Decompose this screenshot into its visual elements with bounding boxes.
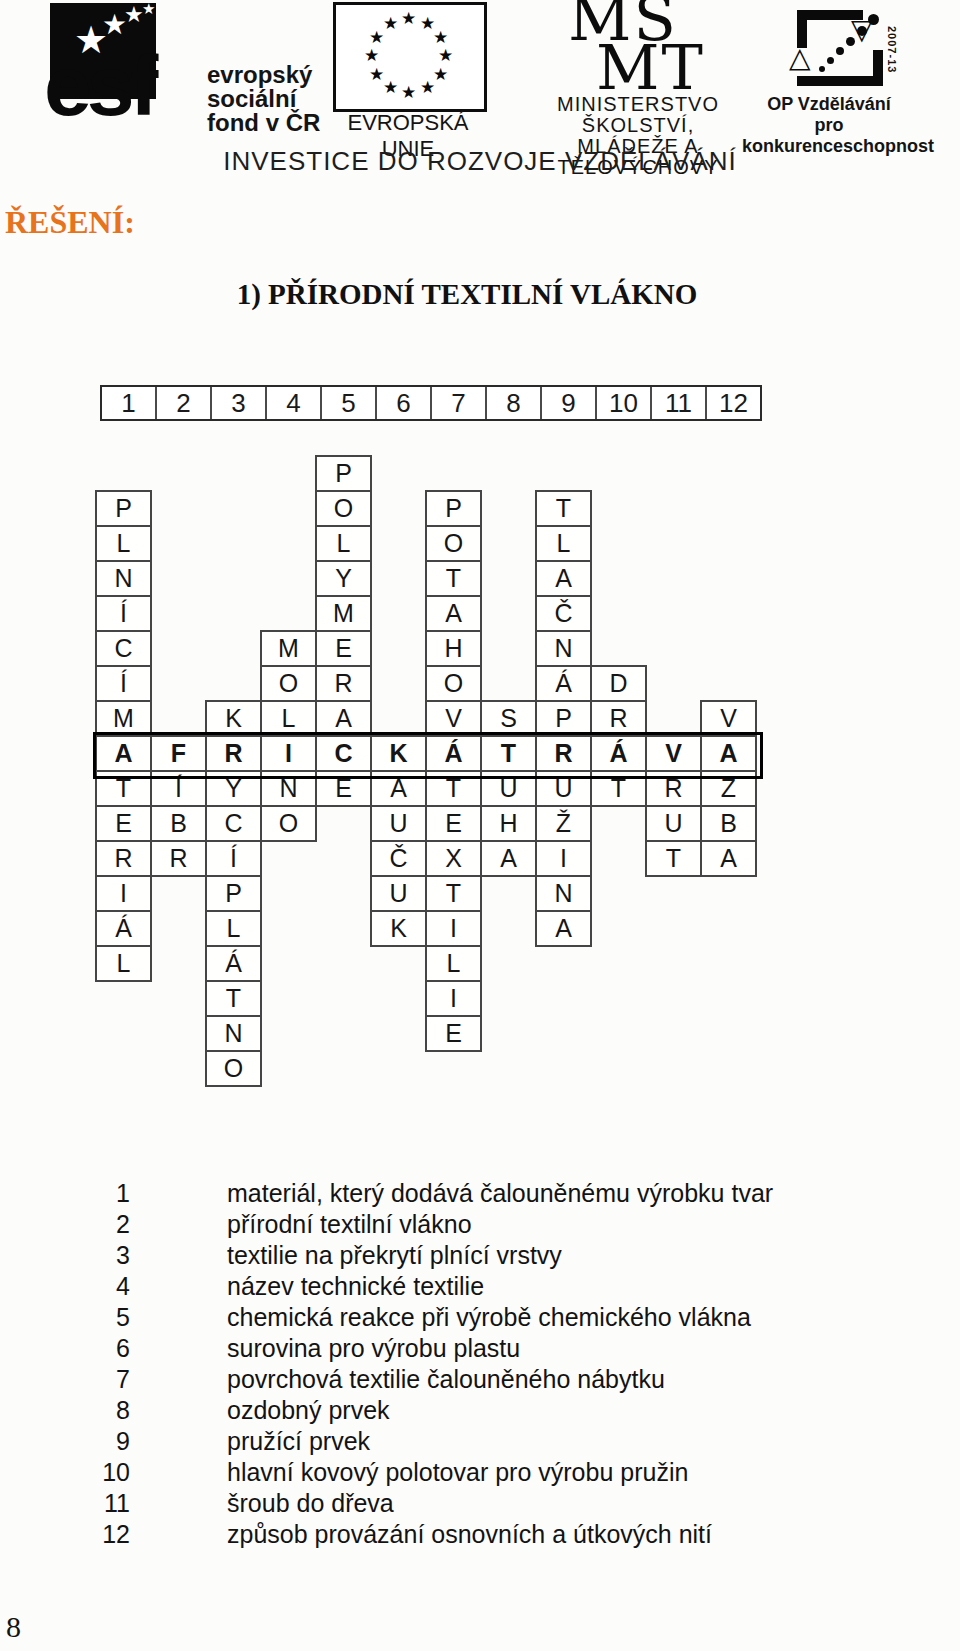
- grid-cell-r7c10: D: [590, 665, 647, 702]
- grid-cell-r14c3: L: [205, 910, 262, 947]
- clue-row-8: 8ozdobný prvek: [0, 1395, 960, 1426]
- grid-cell-r12c3: Í: [205, 840, 262, 877]
- grid-cell-r8c5: A: [315, 700, 372, 737]
- grid-cell-r6c4: M: [260, 630, 317, 667]
- grid-cell-r8c1: M: [95, 700, 152, 737]
- star-icon: [364, 47, 379, 64]
- grid-cell-r10c7: T: [425, 770, 482, 807]
- clue-row-7: 7povrchová textilie čalouněného nábytku: [0, 1364, 960, 1395]
- dot-icon: [857, 26, 867, 36]
- grid-cell-r12c9: I: [535, 840, 592, 877]
- star-icon: [401, 84, 416, 101]
- clue-text: materiál, který dodává čalouněnému výrob…: [227, 1178, 773, 1209]
- eu-flag-logo: [333, 2, 487, 112]
- grid-cell-r9c11: V: [645, 735, 702, 772]
- grid-cell-r9c1: A: [95, 735, 152, 772]
- star-icon: [369, 29, 384, 46]
- star-icon: [383, 79, 398, 96]
- grid-cell-r11c7: E: [425, 805, 482, 842]
- grid-cell-r11c6: U: [370, 805, 427, 842]
- grid-cell-r14c7: I: [425, 910, 482, 947]
- clue-text: surovina pro výrobu plastu: [227, 1333, 520, 1364]
- number-row: 123456789101112: [100, 385, 762, 421]
- star-icon: [142, 1, 155, 16]
- clue-number: 2: [0, 1209, 130, 1240]
- grid-cell-r5c1: Í: [95, 595, 152, 632]
- grid-cell-r14c1: Á: [95, 910, 152, 947]
- star-icon: [433, 66, 448, 83]
- grid-cell-r13c3: P: [205, 875, 262, 912]
- grid-cell-r17c7: E: [425, 1015, 482, 1052]
- document-page: esf evropský sociální fond v ČR EVROPSKÁ…: [0, 0, 960, 1651]
- grid-cell-r11c12: B: [700, 805, 757, 842]
- clue-number: 9: [0, 1426, 130, 1457]
- number-cell-2: 2: [157, 387, 212, 419]
- investice-banner: INVESTICE DO ROZVOJE VZDĚLÁVÁNÍ: [0, 146, 960, 177]
- grid-cell-r11c2: B: [150, 805, 207, 842]
- clue-text: přírodní textilní vlákno: [227, 1209, 472, 1240]
- page-title: 1) PŘÍRODNÍ TEXTILNÍ VLÁKNO: [95, 278, 839, 311]
- grid-cell-r12c1: R: [95, 840, 152, 877]
- dot-icon: [827, 57, 834, 64]
- grid-cell-r13c7: T: [425, 875, 482, 912]
- clue-text: název technické textilie: [227, 1271, 484, 1302]
- grid-cell-r11c8: H: [480, 805, 537, 842]
- esf-caption: evropský sociální fond v ČR: [207, 63, 320, 135]
- clue-row-12: 12způsob provázání osnovních a útkových …: [0, 1519, 960, 1550]
- grid-cell-r13c6: U: [370, 875, 427, 912]
- clue-text: šroub do dřeva: [227, 1488, 394, 1519]
- grid-cell-r5c7: A: [425, 595, 482, 632]
- clue-text: pružící prvek: [227, 1426, 370, 1457]
- op-caption-line1: OP Vzdělávání: [742, 94, 916, 115]
- grid-cell-r2c7: P: [425, 490, 482, 527]
- solution-heading: ŘEŠENÍ:: [5, 204, 135, 241]
- esf-caption-line1: evropský: [207, 63, 320, 87]
- grid-cell-r12c2: R: [150, 840, 207, 877]
- grid-cell-r11c4: O: [260, 805, 317, 842]
- grid-cell-r10c2: Í: [150, 770, 207, 807]
- star-icon: [369, 66, 384, 83]
- grid-cell-r13c1: I: [95, 875, 152, 912]
- number-cell-8: 8: [487, 387, 542, 419]
- grid-cell-r4c5: Y: [315, 560, 372, 597]
- clue-number: 7: [0, 1364, 130, 1395]
- number-cell-4: 4: [267, 387, 322, 419]
- clue-row-5: 5chemická reakce při výrobě chemického v…: [0, 1302, 960, 1333]
- grid-cell-r10c10: T: [590, 770, 647, 807]
- grid-cell-r4c9: A: [535, 560, 592, 597]
- grid-cell-r8c10: R: [590, 700, 647, 737]
- grid-cell-r10c1: T: [95, 770, 152, 807]
- number-cell-3: 3: [212, 387, 267, 419]
- clue-row-6: 6surovina pro výrobu plastu: [0, 1333, 960, 1364]
- clue-row-4: 4název technické textilie: [0, 1271, 960, 1302]
- star-icon: [383, 15, 398, 32]
- grid-cell-r15c3: Á: [205, 945, 262, 982]
- grid-cell-r1c5: P: [315, 455, 372, 492]
- grid-cell-r12c7: X: [425, 840, 482, 877]
- clue-text: ozdobný prvek: [227, 1395, 390, 1426]
- number-cell-5: 5: [322, 387, 377, 419]
- clue-text: chemická reakce při výrobě chemického vl…: [227, 1302, 751, 1333]
- grid-cell-r10c3: Y: [205, 770, 262, 807]
- clue-text: textilie na překrytí plnící vrstvy: [227, 1240, 562, 1271]
- grid-cell-r10c9: U: [535, 770, 592, 807]
- grid-cell-r10c4: N: [260, 770, 317, 807]
- dot-icon: [819, 66, 825, 72]
- grid-cell-r14c9: A: [535, 910, 592, 947]
- esf-acronym: esf: [44, 40, 153, 130]
- esf-caption-line2: sociální: [207, 87, 320, 111]
- grid-cell-r9c3: R: [205, 735, 262, 772]
- grid-cell-r8c8: S: [480, 700, 537, 737]
- op-logo: ▽ △: [797, 10, 883, 86]
- grid-cell-r7c4: O: [260, 665, 317, 702]
- grid-cell-r9c2: F: [150, 735, 207, 772]
- grid-cell-r10c12: Z: [700, 770, 757, 807]
- page-number: 8: [6, 1610, 21, 1644]
- number-cell-6: 6: [377, 387, 432, 419]
- grid-cell-r11c1: E: [95, 805, 152, 842]
- grid-cell-r9c7: Á: [425, 735, 482, 772]
- number-cell-1: 1: [102, 387, 157, 419]
- grid-cell-r7c1: Í: [95, 665, 152, 702]
- grid-cell-r12c6: Č: [370, 840, 427, 877]
- grid-cell-r9c8: T: [480, 735, 537, 772]
- grid-cell-r7c5: R: [315, 665, 372, 702]
- grid-cell-r8c4: L: [260, 700, 317, 737]
- clues-list: 1materiál, který dodává čalouněnému výro…: [0, 1178, 960, 1550]
- msmt-logo: MŠ MT: [568, 0, 705, 92]
- grid-cell-r3c5: L: [315, 525, 372, 562]
- grid-cell-r16c3: T: [205, 980, 262, 1017]
- clue-row-3: 3textilie na překrytí plnící vrstvy: [0, 1240, 960, 1271]
- number-cell-12: 12: [707, 387, 760, 419]
- grid-cell-r6c9: N: [535, 630, 592, 667]
- clue-number: 8: [0, 1395, 130, 1426]
- arrow-up-icon: △: [789, 44, 811, 72]
- grid-cell-r8c3: K: [205, 700, 262, 737]
- grid-cell-r3c7: O: [425, 525, 482, 562]
- grid-cell-r2c9: T: [535, 490, 592, 527]
- op-logo-bar: [797, 76, 883, 86]
- grid-cell-r10c11: R: [645, 770, 702, 807]
- dot-icon: [836, 47, 844, 55]
- grid-cell-r15c7: L: [425, 945, 482, 982]
- star-icon: [401, 10, 416, 27]
- op-years: 2007-13: [886, 26, 898, 73]
- grid-cell-r9c5: C: [315, 735, 372, 772]
- grid-cell-r2c1: P: [95, 490, 152, 527]
- star-icon: [438, 47, 453, 64]
- clue-number: 12: [0, 1519, 130, 1550]
- clue-row-10: 10hlavní kovový polotovar pro výrobu pru…: [0, 1457, 960, 1488]
- crossword-grid: PPOPTLLOLNYTAÍMAČCMEHNÍOROÁDMKLAVSPRVAFR…: [95, 455, 758, 1087]
- grid-cell-r8c7: V: [425, 700, 482, 737]
- clue-text: způsob provázání osnovních a útkových ni…: [227, 1519, 712, 1550]
- grid-cell-r18c3: O: [205, 1050, 262, 1087]
- clue-row-1: 1materiál, který dodává čalouněnému výro…: [0, 1178, 960, 1209]
- grid-cell-r4c7: T: [425, 560, 482, 597]
- grid-cell-r12c8: A: [480, 840, 537, 877]
- grid-cell-r8c12: V: [700, 700, 757, 737]
- grid-cell-r9c10: Á: [590, 735, 647, 772]
- grid-cell-r9c12: A: [700, 735, 757, 772]
- grid-cell-r9c9: R: [535, 735, 592, 772]
- grid-cell-r15c1: L: [95, 945, 152, 982]
- grid-cell-r6c5: E: [315, 630, 372, 667]
- grid-cell-r12c12: A: [700, 840, 757, 877]
- star-icon: [420, 79, 435, 96]
- grid-cell-r10c6: A: [370, 770, 427, 807]
- clue-number: 6: [0, 1333, 130, 1364]
- grid-cell-r12c11: T: [645, 840, 702, 877]
- clue-number: 3: [0, 1240, 130, 1271]
- grid-cell-r3c1: L: [95, 525, 152, 562]
- clue-number: 5: [0, 1302, 130, 1333]
- grid-cell-r11c11: U: [645, 805, 702, 842]
- clue-number: 11: [0, 1488, 130, 1519]
- clue-row-9: 9pružící prvek: [0, 1426, 960, 1457]
- grid-cell-r10c8: U: [480, 770, 537, 807]
- dot-icon: [868, 14, 879, 25]
- grid-cell-r9c6: K: [370, 735, 427, 772]
- grid-cell-r16c7: I: [425, 980, 482, 1017]
- number-cell-10: 10: [597, 387, 652, 419]
- grid-cell-r6c7: H: [425, 630, 482, 667]
- clue-text: hlavní kovový polotovar pro výrobu pruži…: [227, 1457, 688, 1488]
- grid-cell-r10c5: E: [315, 770, 372, 807]
- clue-row-2: 2přírodní textilní vlákno: [0, 1209, 960, 1240]
- grid-cell-r2c5: O: [315, 490, 372, 527]
- grid-cell-r13c9: N: [535, 875, 592, 912]
- grid-cell-r6c1: C: [95, 630, 152, 667]
- grid-cell-r8c9: P: [535, 700, 592, 737]
- clue-row-11: 11šroub do dřeva: [0, 1488, 960, 1519]
- star-icon: [433, 29, 448, 46]
- clue-number: 1: [0, 1178, 130, 1209]
- grid-cell-r11c9: Ž: [535, 805, 592, 842]
- dot-icon: [846, 37, 855, 46]
- msmt-monogram-bottom: MT: [596, 43, 705, 92]
- grid-cell-r14c6: K: [370, 910, 427, 947]
- clue-text: povrchová textilie čalouněného nábytku: [227, 1364, 665, 1395]
- number-cell-9: 9: [542, 387, 597, 419]
- grid-cell-r4c1: N: [95, 560, 152, 597]
- op-logo-bar: [873, 50, 883, 86]
- grid-cell-r5c5: M: [315, 595, 372, 632]
- star-icon: [124, 4, 144, 26]
- clue-number: 4: [0, 1271, 130, 1302]
- esf-caption-line3: fond v ČR: [207, 111, 320, 135]
- clue-number: 10: [0, 1457, 130, 1488]
- number-cell-11: 11: [652, 387, 707, 419]
- grid-cell-r3c9: L: [535, 525, 592, 562]
- grid-cell-r17c3: N: [205, 1015, 262, 1052]
- grid-cell-r11c3: C: [205, 805, 262, 842]
- grid-cell-r9c4: I: [260, 735, 317, 772]
- grid-cell-r7c9: Á: [535, 665, 592, 702]
- msmt-caption-line1: MINISTERSTVO ŠKOLSTVÍ,: [498, 94, 778, 136]
- grid-cell-r5c9: Č: [535, 595, 592, 632]
- number-cell-7: 7: [432, 387, 487, 419]
- grid-cell-r7c7: O: [425, 665, 482, 702]
